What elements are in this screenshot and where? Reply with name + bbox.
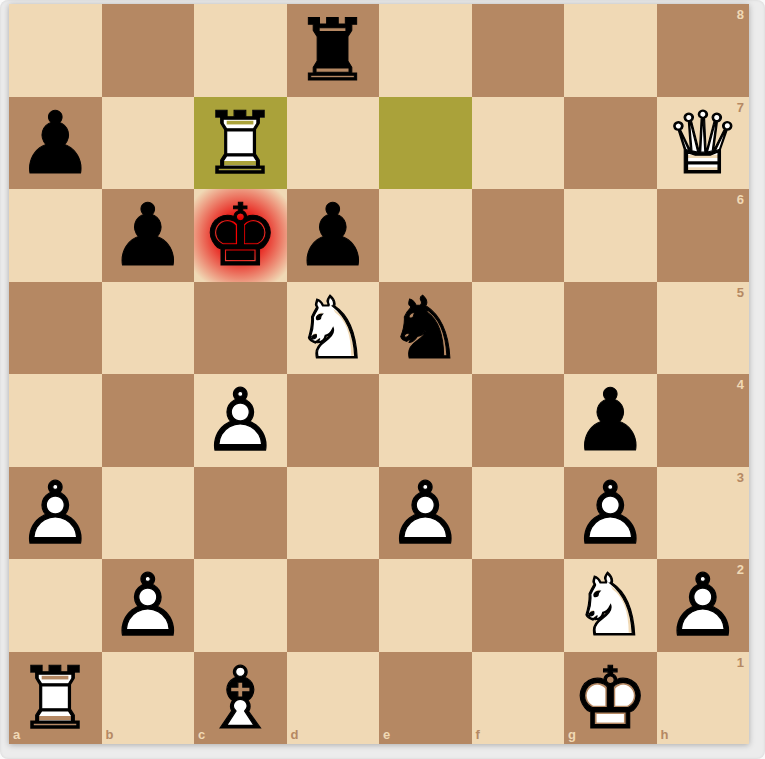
square-f3[interactable] [472,467,565,560]
file-label-h: h [661,728,669,741]
square-a8[interactable] [9,4,102,97]
rank-label-8: 8 [737,8,744,21]
white-rook[interactable]: ♜♖ [194,97,287,190]
square-e2[interactable] [379,559,472,652]
square-h3[interactable]: 3 [657,467,750,560]
square-c2[interactable] [194,559,287,652]
white-pawn[interactable]: ♟♙ [194,374,287,467]
square-g8[interactable] [564,4,657,97]
square-d8[interactable]: ♜ [287,4,380,97]
square-c1[interactable]: c♝♗ [194,652,287,745]
rank-label-3: 3 [737,471,744,484]
white-bishop[interactable]: ♝♗ [194,652,287,745]
white-queen[interactable]: ♛♕ [657,97,750,190]
square-g7[interactable] [564,97,657,190]
square-d2[interactable] [287,559,380,652]
square-b6[interactable]: ♟ [102,189,195,282]
square-c4[interactable]: ♟♙ [194,374,287,467]
square-c8[interactable] [194,4,287,97]
square-e8[interactable] [379,4,472,97]
square-a5[interactable] [9,282,102,375]
square-b8[interactable] [102,4,195,97]
square-c5[interactable] [194,282,287,375]
square-h6[interactable]: 6 [657,189,750,282]
white-knight[interactable]: ♞♘ [287,282,380,375]
square-f6[interactable] [472,189,565,282]
file-label-d: d [291,728,299,741]
square-b7[interactable] [102,97,195,190]
square-a2[interactable] [9,559,102,652]
square-d4[interactable] [287,374,380,467]
square-e7[interactable] [379,97,472,190]
file-label-e: e [383,728,390,741]
square-h2[interactable]: 2♟♙ [657,559,750,652]
rank-label-4: 4 [737,378,744,391]
square-e6[interactable] [379,189,472,282]
square-a7[interactable]: ♟ [9,97,102,190]
square-b3[interactable] [102,467,195,560]
square-h7[interactable]: 7♛♕ [657,97,750,190]
black-pawn[interactable]: ♟ [102,189,195,282]
square-c7[interactable]: ♜♖ [194,97,287,190]
square-e4[interactable] [379,374,472,467]
square-a3[interactable]: ♟♙ [9,467,102,560]
white-rook[interactable]: ♜♖ [9,652,102,745]
square-h1[interactable]: 1h [657,652,750,745]
rank-label-5: 5 [737,286,744,299]
square-f5[interactable] [472,282,565,375]
black-king[interactable]: ♚ [194,189,287,282]
square-d1[interactable]: d [287,652,380,745]
chess-board: ♜8♟♜♖7♛♕♟♚♟6♞♘♞5♟♙♟4♟♙♟♙♟♙3♟♙♞♘2♟♙a♜♖bc♝… [9,4,749,744]
square-g5[interactable] [564,282,657,375]
square-d6[interactable]: ♟ [287,189,380,282]
file-label-b: b [106,728,114,741]
white-pawn[interactable]: ♟♙ [9,467,102,560]
square-b1[interactable]: b [102,652,195,745]
square-e5[interactable]: ♞ [379,282,472,375]
square-f8[interactable] [472,4,565,97]
square-c6[interactable]: ♚ [194,189,287,282]
square-h5[interactable]: 5 [657,282,750,375]
page-background: ♜8♟♜♖7♛♕♟♚♟6♞♘♞5♟♙♟4♟♙♟♙♟♙3♟♙♞♘2♟♙a♜♖bc♝… [0,0,765,759]
square-f7[interactable] [472,97,565,190]
white-knight[interactable]: ♞♘ [564,559,657,652]
square-f2[interactable] [472,559,565,652]
white-king[interactable]: ♚♔ [564,652,657,745]
square-g1[interactable]: g♚♔ [564,652,657,745]
black-pawn[interactable]: ♟ [9,97,102,190]
square-d5[interactable]: ♞♘ [287,282,380,375]
square-a4[interactable] [9,374,102,467]
square-g6[interactable] [564,189,657,282]
square-d3[interactable] [287,467,380,560]
square-c3[interactable] [194,467,287,560]
black-pawn[interactable]: ♟ [287,189,380,282]
square-a6[interactable] [9,189,102,282]
square-g3[interactable]: ♟♙ [564,467,657,560]
square-g4[interactable]: ♟ [564,374,657,467]
black-rook[interactable]: ♜ [287,4,380,97]
white-pawn[interactable]: ♟♙ [657,559,750,652]
rank-label-1: 1 [737,656,744,669]
rank-label-6: 6 [737,193,744,206]
square-a1[interactable]: a♜♖ [9,652,102,745]
black-pawn[interactable]: ♟ [564,374,657,467]
square-f1[interactable]: f [472,652,565,745]
square-b2[interactable]: ♟♙ [102,559,195,652]
black-knight[interactable]: ♞ [379,282,472,375]
square-h4[interactable]: 4 [657,374,750,467]
white-pawn[interactable]: ♟♙ [564,467,657,560]
white-pawn[interactable]: ♟♙ [379,467,472,560]
square-g2[interactable]: ♞♘ [564,559,657,652]
square-f4[interactable] [472,374,565,467]
square-e3[interactable]: ♟♙ [379,467,472,560]
square-b5[interactable] [102,282,195,375]
file-label-f: f [476,728,480,741]
square-d7[interactable] [287,97,380,190]
white-pawn[interactable]: ♟♙ [102,559,195,652]
square-b4[interactable] [102,374,195,467]
square-h8[interactable]: 8 [657,4,750,97]
square-e1[interactable]: e [379,652,472,745]
